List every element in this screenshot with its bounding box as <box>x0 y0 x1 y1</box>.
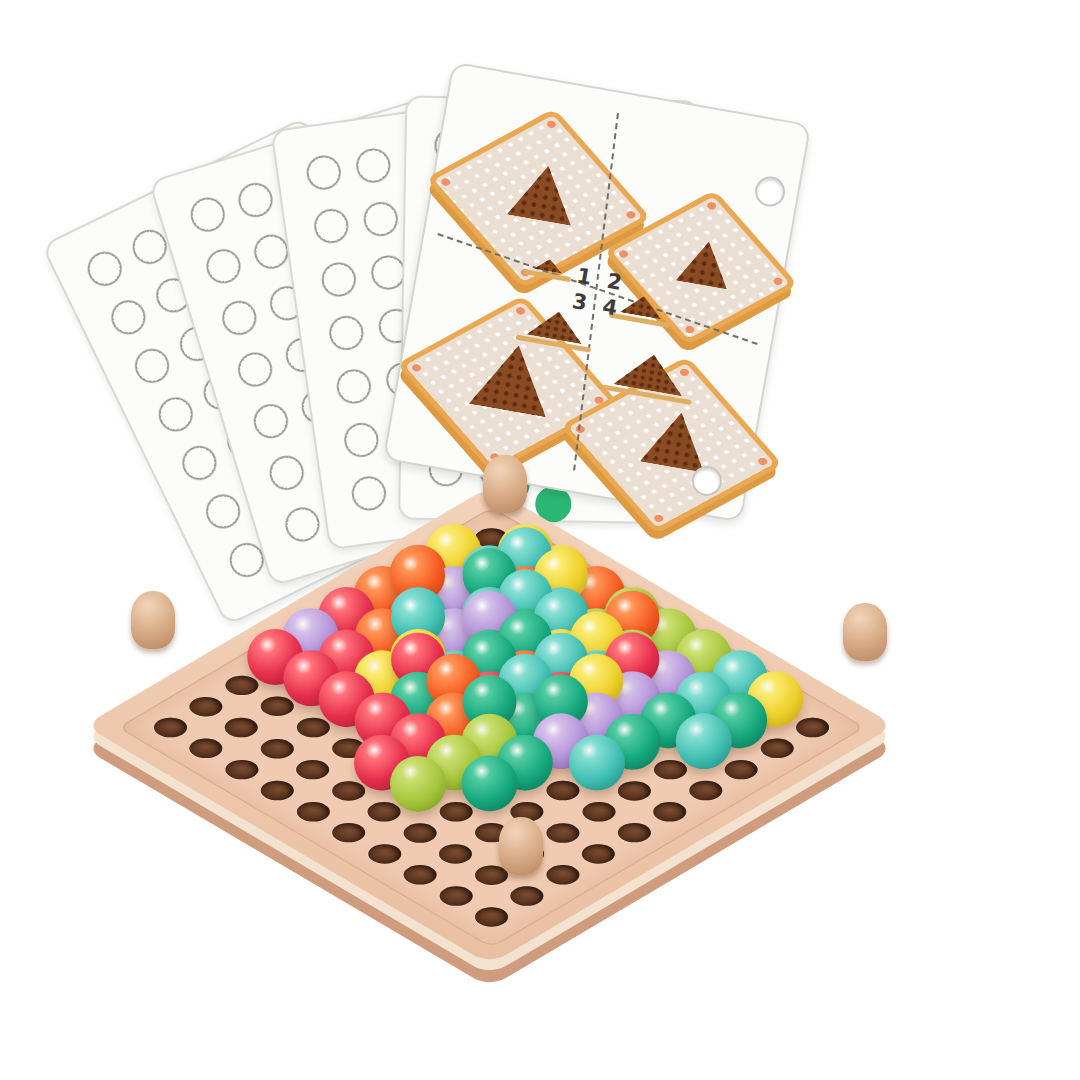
corner-peg-bottom <box>499 817 543 875</box>
diagram-corner-dot <box>705 201 718 211</box>
hole <box>432 840 479 868</box>
hole <box>289 798 336 826</box>
hole <box>682 693 729 721</box>
hole <box>432 587 479 615</box>
step-number-2: 2 <box>605 269 624 295</box>
hole <box>468 735 515 763</box>
punch-hole-top <box>753 174 788 209</box>
hole <box>432 714 479 742</box>
hole <box>325 777 372 805</box>
hole <box>539 735 586 763</box>
hole <box>254 693 301 721</box>
corner-peg-top <box>483 455 527 513</box>
bead-pyramid <box>469 339 557 418</box>
hole <box>182 693 229 721</box>
hole <box>504 714 551 742</box>
hole <box>468 650 515 678</box>
hole <box>325 650 372 678</box>
hole <box>361 840 408 868</box>
corner-peg-right <box>843 603 887 661</box>
hole <box>539 608 586 636</box>
hole <box>397 693 444 721</box>
diagram-corner-dot <box>684 324 697 334</box>
hole <box>539 650 586 678</box>
hole <box>539 819 586 847</box>
hole <box>432 798 479 826</box>
diagram-corner-dot <box>756 456 769 466</box>
hole <box>289 671 336 699</box>
hole <box>397 566 444 594</box>
hole <box>682 777 729 805</box>
hole <box>611 608 658 636</box>
bead-pyramid <box>640 407 714 472</box>
hole <box>646 714 693 742</box>
hole <box>754 693 801 721</box>
hole <box>754 735 801 763</box>
hole <box>718 671 765 699</box>
hole <box>397 650 444 678</box>
hole <box>147 714 194 742</box>
bead-pyramid <box>676 237 735 289</box>
hole <box>325 608 372 636</box>
hole <box>254 777 301 805</box>
step-number-1: 1 <box>575 263 594 289</box>
hole <box>539 861 586 889</box>
diagram-corner-dot <box>410 363 423 373</box>
hole <box>718 756 765 784</box>
hole <box>504 545 551 573</box>
hole <box>504 629 551 657</box>
hole <box>504 882 551 910</box>
hole <box>468 903 515 931</box>
hole <box>432 882 479 910</box>
bead-pyramid <box>507 160 581 225</box>
hole <box>468 566 515 594</box>
hole <box>325 693 372 721</box>
hole <box>289 756 336 784</box>
hole <box>646 798 693 826</box>
diagram-corner-dot <box>772 276 785 286</box>
hole <box>539 693 586 721</box>
hole <box>539 566 586 594</box>
bead-board <box>85 487 895 965</box>
hole <box>397 861 444 889</box>
hole <box>575 840 622 868</box>
hole <box>361 629 408 657</box>
hole <box>468 777 515 805</box>
hole <box>682 650 729 678</box>
hole <box>468 693 515 721</box>
hole <box>575 714 622 742</box>
hole <box>397 735 444 763</box>
hole <box>682 735 729 763</box>
hole <box>432 629 479 657</box>
diagram-corner-dot <box>625 210 638 220</box>
hole <box>325 735 372 763</box>
step-numbers: 1 2 3 4 <box>570 263 623 320</box>
hole <box>361 587 408 615</box>
hole <box>611 777 658 805</box>
hole <box>361 671 408 699</box>
hole <box>432 671 479 699</box>
diagram-corner-dot <box>439 177 452 187</box>
hole <box>504 671 551 699</box>
diagram-corner-dot <box>545 119 558 129</box>
hole-grid <box>134 517 848 938</box>
hole <box>539 777 586 805</box>
hole <box>361 714 408 742</box>
hole <box>646 629 693 657</box>
hole <box>611 819 658 847</box>
hole <box>254 735 301 763</box>
hole <box>397 819 444 847</box>
product-photo-scene: 1 2 3 4 <box>0 0 1080 1080</box>
hole <box>575 587 622 615</box>
hole <box>254 650 301 678</box>
hole <box>361 756 408 784</box>
hole <box>504 587 551 615</box>
hole <box>575 798 622 826</box>
hole <box>397 777 444 805</box>
hole <box>361 798 408 826</box>
hole <box>646 671 693 699</box>
hole-plate <box>117 507 865 948</box>
hole <box>611 650 658 678</box>
hole <box>789 714 836 742</box>
instruction-card: 1 2 3 4 <box>383 61 812 522</box>
hole <box>575 756 622 784</box>
hole <box>289 629 336 657</box>
hole <box>432 545 479 573</box>
hole <box>646 756 693 784</box>
corner-peg-left <box>131 591 175 649</box>
hole <box>575 671 622 699</box>
hole <box>397 608 444 636</box>
hole <box>218 714 265 742</box>
hole <box>468 524 515 552</box>
step-number-3: 3 <box>570 289 589 315</box>
hole <box>718 714 765 742</box>
hole <box>504 756 551 784</box>
hole <box>218 756 265 784</box>
hole <box>289 714 336 742</box>
hole <box>182 735 229 763</box>
hole <box>468 608 515 636</box>
hole <box>611 735 658 763</box>
hole <box>218 671 265 699</box>
hole <box>325 819 372 847</box>
diagram-corner-dot <box>617 249 630 259</box>
hole <box>432 756 479 784</box>
hole <box>611 693 658 721</box>
hole <box>575 629 622 657</box>
